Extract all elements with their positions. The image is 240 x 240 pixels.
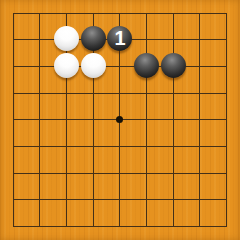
point-F3[interactable] xyxy=(133,160,160,187)
point-E6[interactable] xyxy=(107,80,134,107)
point-F4[interactable] xyxy=(133,133,160,160)
point-G4[interactable] xyxy=(160,133,187,160)
black-stone[interactable] xyxy=(134,53,159,78)
point-C7[interactable] xyxy=(53,53,80,80)
point-A3[interactable] xyxy=(0,160,27,187)
point-G7[interactable] xyxy=(160,53,187,80)
go-board: 1 xyxy=(0,0,240,240)
black-stone[interactable]: 1 xyxy=(107,26,132,51)
point-C5[interactable] xyxy=(53,107,80,134)
point-C4[interactable] xyxy=(53,133,80,160)
point-C6[interactable] xyxy=(53,80,80,107)
point-J6[interactable] xyxy=(213,80,240,107)
point-D9[interactable] xyxy=(80,0,107,27)
point-C8[interactable] xyxy=(53,27,80,54)
point-G6[interactable] xyxy=(160,80,187,107)
point-A5[interactable] xyxy=(0,107,27,134)
point-F1[interactable] xyxy=(133,213,160,240)
point-G1[interactable] xyxy=(160,213,187,240)
point-J3[interactable] xyxy=(213,160,240,187)
point-F5[interactable] xyxy=(133,107,160,134)
white-stone[interactable] xyxy=(54,26,79,51)
point-F8[interactable] xyxy=(133,27,160,54)
point-B3[interactable] xyxy=(27,160,54,187)
point-F2[interactable] xyxy=(133,187,160,214)
point-B4[interactable] xyxy=(27,133,54,160)
point-E7[interactable] xyxy=(107,53,134,80)
point-H3[interactable] xyxy=(187,160,214,187)
point-C9[interactable] xyxy=(53,0,80,27)
point-E9[interactable] xyxy=(107,0,134,27)
point-E5[interactable] xyxy=(107,107,134,134)
point-E1[interactable] xyxy=(107,213,134,240)
point-D7[interactable] xyxy=(80,53,107,80)
point-D4[interactable] xyxy=(80,133,107,160)
point-H5[interactable] xyxy=(187,107,214,134)
point-E8[interactable]: 1 xyxy=(107,27,134,54)
point-E3[interactable] xyxy=(107,160,134,187)
point-D3[interactable] xyxy=(80,160,107,187)
point-B2[interactable] xyxy=(27,187,54,214)
point-F9[interactable] xyxy=(133,0,160,27)
point-G3[interactable] xyxy=(160,160,187,187)
point-H8[interactable] xyxy=(187,27,214,54)
black-stone[interactable] xyxy=(161,53,186,78)
point-G8[interactable] xyxy=(160,27,187,54)
point-H6[interactable] xyxy=(187,80,214,107)
point-B9[interactable] xyxy=(27,0,54,27)
point-J1[interactable] xyxy=(213,213,240,240)
point-A2[interactable] xyxy=(0,187,27,214)
point-F6[interactable] xyxy=(133,80,160,107)
point-C3[interactable] xyxy=(53,160,80,187)
point-A7[interactable] xyxy=(0,53,27,80)
hoshi-point xyxy=(116,116,123,123)
point-H4[interactable] xyxy=(187,133,214,160)
point-F7[interactable] xyxy=(133,53,160,80)
point-A4[interactable] xyxy=(0,133,27,160)
point-B1[interactable] xyxy=(27,213,54,240)
point-H1[interactable] xyxy=(187,213,214,240)
point-D6[interactable] xyxy=(80,80,107,107)
point-D2[interactable] xyxy=(80,187,107,214)
white-stone[interactable] xyxy=(54,53,79,78)
point-E2[interactable] xyxy=(107,187,134,214)
point-G2[interactable] xyxy=(160,187,187,214)
point-G5[interactable] xyxy=(160,107,187,134)
point-A6[interactable] xyxy=(0,80,27,107)
point-B6[interactable] xyxy=(27,80,54,107)
point-J5[interactable] xyxy=(213,107,240,134)
point-J2[interactable] xyxy=(213,187,240,214)
move-number-label: 1 xyxy=(114,28,125,48)
point-B5[interactable] xyxy=(27,107,54,134)
point-H9[interactable] xyxy=(187,0,214,27)
white-stone[interactable] xyxy=(81,53,106,78)
point-A8[interactable] xyxy=(0,27,27,54)
point-G9[interactable] xyxy=(160,0,187,27)
point-J9[interactable] xyxy=(213,0,240,27)
point-A9[interactable] xyxy=(0,0,27,27)
point-D1[interactable] xyxy=(80,213,107,240)
point-E4[interactable] xyxy=(107,133,134,160)
point-D5[interactable] xyxy=(80,107,107,134)
point-J4[interactable] xyxy=(213,133,240,160)
point-H2[interactable] xyxy=(187,187,214,214)
point-H7[interactable] xyxy=(187,53,214,80)
point-B8[interactable] xyxy=(27,27,54,54)
point-C2[interactable] xyxy=(53,187,80,214)
black-stone[interactable] xyxy=(81,26,106,51)
point-C1[interactable] xyxy=(53,213,80,240)
point-B7[interactable] xyxy=(27,53,54,80)
point-J8[interactable] xyxy=(213,27,240,54)
point-J7[interactable] xyxy=(213,53,240,80)
point-A1[interactable] xyxy=(0,213,27,240)
point-D8[interactable] xyxy=(80,27,107,54)
